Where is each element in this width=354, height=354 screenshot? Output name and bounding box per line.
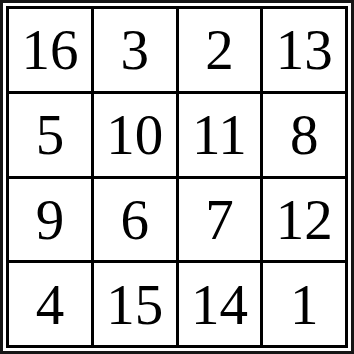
grid-cell-r2c2: 7 [179,179,261,261]
grid-cell-r2c3: 12 [263,179,345,261]
grid-cell-r1c2: 11 [179,94,261,176]
grid-cell-r0c0: 16 [9,9,91,91]
grid-cell-r0c3: 13 [263,9,345,91]
magic-square-grid: 16 3 2 13 5 10 11 8 9 6 7 12 4 15 14 1 [6,6,348,348]
grid-cell-r0c2: 2 [179,9,261,91]
grid-cell-r1c0: 5 [9,94,91,176]
grid-cell-r0c1: 3 [94,9,176,91]
grid-cell-r1c1: 10 [94,94,176,176]
board-frame: 16 3 2 13 5 10 11 8 9 6 7 12 4 15 14 1 [0,0,354,354]
grid-cell-r3c1: 15 [94,263,176,345]
grid-cell-r2c0: 9 [9,179,91,261]
grid-cell-r1c3: 8 [263,94,345,176]
grid-cell-r3c3: 1 [263,263,345,345]
screenshot-canvas: 16 3 2 13 5 10 11 8 9 6 7 12 4 15 14 1 [0,0,354,354]
grid-cell-r3c0: 4 [9,263,91,345]
grid-cell-r3c2: 14 [179,263,261,345]
grid-cell-r2c1: 6 [94,179,176,261]
